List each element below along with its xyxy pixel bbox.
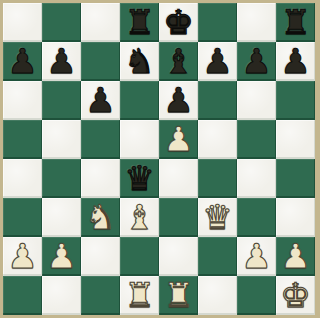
piece-black-bishop[interactable]: ♝ <box>163 42 193 81</box>
piece-white-rook[interactable]: ♜ <box>163 276 193 315</box>
square-h2[interactable]: ♟ <box>276 237 315 276</box>
square-e8[interactable]: ♚ <box>159 3 198 42</box>
piece-black-pawn[interactable]: ♟ <box>7 42 37 81</box>
square-f5[interactable] <box>198 120 237 159</box>
square-c4[interactable] <box>81 159 120 198</box>
square-a3[interactable] <box>3 198 42 237</box>
square-e3[interactable] <box>159 198 198 237</box>
square-h7[interactable]: ♟ <box>276 42 315 81</box>
piece-black-pawn[interactable]: ♟ <box>280 42 310 81</box>
square-b1[interactable] <box>42 276 81 315</box>
square-d4[interactable]: ♛ <box>120 159 159 198</box>
square-g2[interactable]: ♟ <box>237 237 276 276</box>
square-e1[interactable]: ♜ <box>159 276 198 315</box>
piece-black-queen[interactable]: ♛ <box>124 159 154 198</box>
piece-white-bishop[interactable]: ♝ <box>124 198 154 237</box>
piece-white-rook[interactable]: ♜ <box>124 276 154 315</box>
square-g8[interactable] <box>237 3 276 42</box>
square-c8[interactable] <box>81 3 120 42</box>
square-a6[interactable] <box>3 81 42 120</box>
piece-black-pawn[interactable]: ♟ <box>163 81 193 120</box>
piece-white-pawn[interactable]: ♟ <box>241 237 271 276</box>
square-f4[interactable] <box>198 159 237 198</box>
square-c1[interactable] <box>81 276 120 315</box>
piece-black-pawn[interactable]: ♟ <box>202 42 232 81</box>
square-h8[interactable]: ♜ <box>276 3 315 42</box>
square-c6[interactable]: ♟ <box>81 81 120 120</box>
square-c3[interactable]: ♞ <box>81 198 120 237</box>
square-e5[interactable]: ♟ <box>159 120 198 159</box>
square-g5[interactable] <box>237 120 276 159</box>
square-a7[interactable]: ♟ <box>3 42 42 81</box>
square-b6[interactable] <box>42 81 81 120</box>
square-a4[interactable] <box>3 159 42 198</box>
square-c7[interactable] <box>81 42 120 81</box>
piece-black-pawn[interactable]: ♟ <box>241 42 271 81</box>
piece-white-king[interactable]: ♚ <box>280 276 310 315</box>
square-a1[interactable] <box>3 276 42 315</box>
square-g1[interactable] <box>237 276 276 315</box>
square-a2[interactable]: ♟ <box>3 237 42 276</box>
square-d2[interactable] <box>120 237 159 276</box>
square-f3[interactable]: ♛ <box>198 198 237 237</box>
square-c2[interactable] <box>81 237 120 276</box>
square-f6[interactable] <box>198 81 237 120</box>
square-e7[interactable]: ♝ <box>159 42 198 81</box>
square-g7[interactable]: ♟ <box>237 42 276 81</box>
square-e4[interactable] <box>159 159 198 198</box>
square-g3[interactable] <box>237 198 276 237</box>
square-b7[interactable]: ♟ <box>42 42 81 81</box>
piece-black-knight[interactable]: ♞ <box>124 42 154 81</box>
square-b4[interactable] <box>42 159 81 198</box>
square-b8[interactable] <box>42 3 81 42</box>
square-a5[interactable] <box>3 120 42 159</box>
square-f7[interactable]: ♟ <box>198 42 237 81</box>
piece-black-rook[interactable]: ♜ <box>280 3 310 42</box>
square-h1[interactable]: ♚ <box>276 276 315 315</box>
piece-white-pawn[interactable]: ♟ <box>280 237 310 276</box>
square-a8[interactable] <box>3 3 42 42</box>
piece-white-knight[interactable]: ♞ <box>85 198 115 237</box>
square-g4[interactable] <box>237 159 276 198</box>
piece-white-pawn[interactable]: ♟ <box>163 120 193 159</box>
square-d6[interactable] <box>120 81 159 120</box>
square-d8[interactable]: ♜ <box>120 3 159 42</box>
square-f8[interactable] <box>198 3 237 42</box>
square-h3[interactable] <box>276 198 315 237</box>
piece-black-pawn[interactable]: ♟ <box>46 42 76 81</box>
square-h4[interactable] <box>276 159 315 198</box>
square-f1[interactable] <box>198 276 237 315</box>
square-f2[interactable] <box>198 237 237 276</box>
square-h6[interactable] <box>276 81 315 120</box>
square-b3[interactable] <box>42 198 81 237</box>
piece-white-queen[interactable]: ♛ <box>202 198 232 237</box>
piece-black-rook[interactable]: ♜ <box>124 3 154 42</box>
piece-black-pawn[interactable]: ♟ <box>85 81 115 120</box>
square-b5[interactable] <box>42 120 81 159</box>
piece-white-pawn[interactable]: ♟ <box>7 237 37 276</box>
square-d1[interactable]: ♜ <box>120 276 159 315</box>
piece-black-king[interactable]: ♚ <box>163 3 193 42</box>
square-b2[interactable]: ♟ <box>42 237 81 276</box>
square-g6[interactable] <box>237 81 276 120</box>
square-h5[interactable] <box>276 120 315 159</box>
square-d5[interactable] <box>120 120 159 159</box>
square-c5[interactable] <box>81 120 120 159</box>
square-d7[interactable]: ♞ <box>120 42 159 81</box>
chess-board-frame: ♜♚♜♟♟♞♝♟♟♟♟♟♟♛♞♝♛♟♟♟♟♜♜♚ <box>0 0 320 318</box>
square-d3[interactable]: ♝ <box>120 198 159 237</box>
square-e6[interactable]: ♟ <box>159 81 198 120</box>
chess-board: ♜♚♜♟♟♞♝♟♟♟♟♟♟♛♞♝♛♟♟♟♟♜♜♚ <box>3 3 315 315</box>
square-e2[interactable] <box>159 237 198 276</box>
piece-white-pawn[interactable]: ♟ <box>46 237 76 276</box>
